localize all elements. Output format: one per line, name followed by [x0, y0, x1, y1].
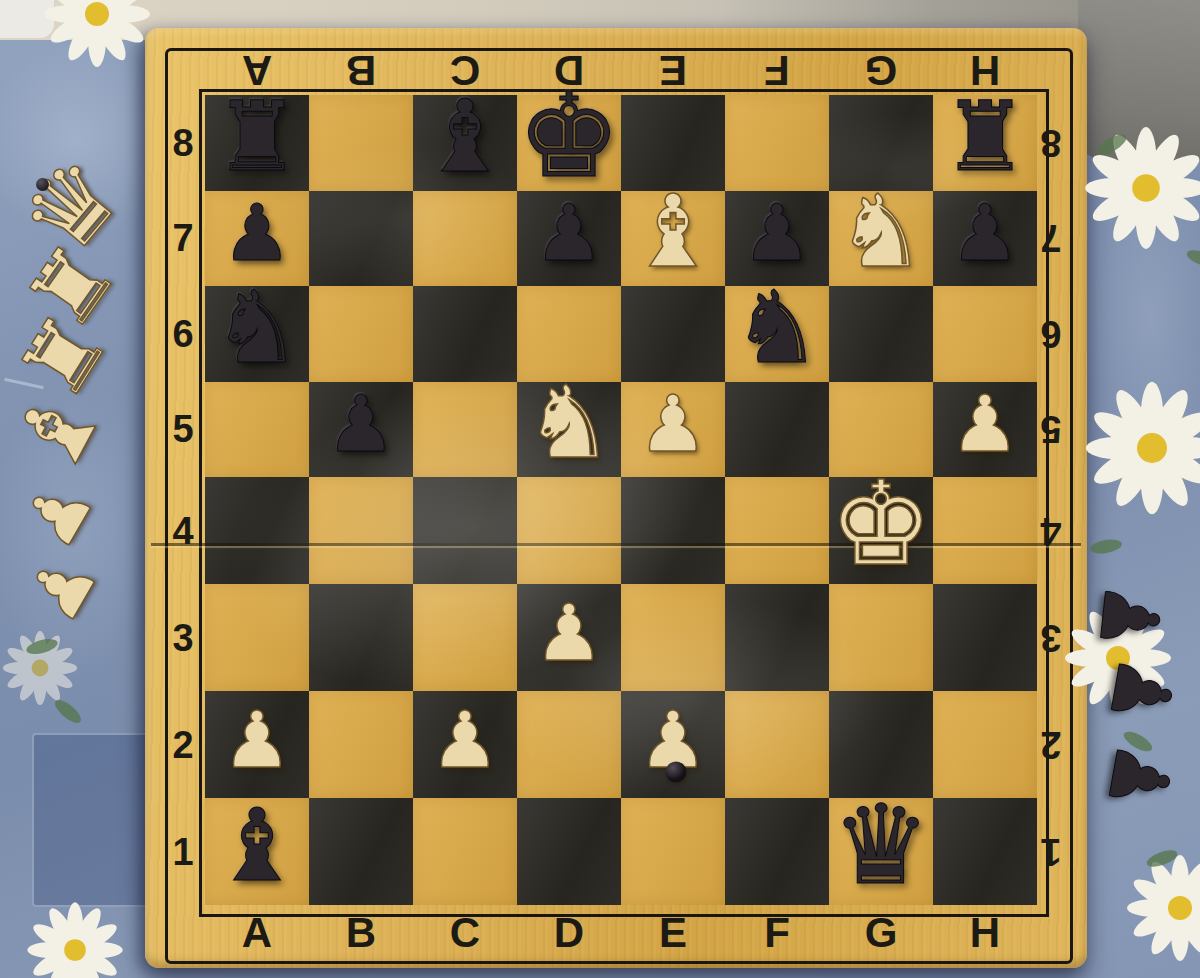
board-fold-seam: [151, 543, 1081, 546]
captured-black-pawn-3[interactable]: ♟: [1096, 736, 1185, 818]
piece-white-bishop-e7[interactable]: ♝: [628, 182, 718, 282]
daisy-leaf: [1089, 537, 1123, 555]
rank-label-left-5: 5: [172, 410, 193, 448]
file-label-bottom-b: B: [346, 912, 376, 954]
white-fabric-fold: [0, 0, 54, 38]
piece-black-pawn-b5[interactable]: ♟: [326, 386, 396, 464]
piece-white-pawn-d3[interactable]: ♟: [534, 594, 604, 672]
captured-black-pawn-1[interactable]: ♟: [1088, 578, 1173, 656]
piece-white-pawn-c2[interactable]: ♟: [430, 701, 500, 779]
piece-white-pawn-h5[interactable]: ♟: [950, 386, 1020, 464]
piece-black-knight-f6[interactable]: ♞: [732, 278, 822, 378]
rank-label-right-3: 3: [1040, 619, 1061, 657]
piece-black-knight-a6[interactable]: ♞: [212, 278, 302, 378]
daisy-flower: [21, 896, 129, 978]
rank-label-left-8: 8: [172, 124, 193, 162]
piece-white-pawn-e5[interactable]: ♟: [638, 386, 708, 464]
file-label-bottom-g: G: [865, 912, 898, 954]
rank-label-left-7: 7: [172, 219, 193, 257]
piece-black-rook-a8[interactable]: ♜: [214, 89, 300, 185]
rank-label-left-2: 2: [172, 726, 193, 764]
tablecloth-highlight: [1080, 150, 1200, 490]
piece-black-pawn-d7[interactable]: ♟: [534, 195, 604, 273]
rank-label-right-4: 4: [1040, 512, 1061, 550]
file-label-top-b: B: [346, 49, 376, 91]
daisy-leaf: [25, 636, 59, 657]
scene: AABBCCDDEEFFGGHH8877665544332211 ♜♝♚♜♟♟♝…: [0, 0, 1200, 978]
piece-black-bishop-a1[interactable]: ♝: [212, 796, 302, 896]
file-label-bottom-c: C: [450, 912, 480, 954]
rank-label-left-1: 1: [172, 833, 193, 871]
file-label-bottom-f: F: [764, 912, 790, 954]
file-label-bottom-a: A: [242, 912, 272, 954]
piece-black-pawn-f7[interactable]: ♟: [742, 195, 812, 273]
file-label-top-g: G: [865, 49, 898, 91]
piece-white-king-g4[interactable]: ♚: [829, 466, 933, 582]
piece-black-rook-h8[interactable]: ♜: [942, 89, 1028, 185]
daisy-flower: [1120, 848, 1200, 968]
rank-label-right-5: 5: [1040, 410, 1061, 448]
daisy-flower: [1077, 373, 1200, 523]
rank-label-right-8: 8: [1040, 124, 1061, 162]
piece-black-queen-g1[interactable]: ♛: [832, 790, 931, 900]
piece-black-king-d8[interactable]: ♚: [517, 78, 621, 194]
rank-label-left-4: 4: [172, 512, 193, 550]
grey-fabric-corner: [1078, 0, 1200, 160]
daisy-flower: [0, 626, 82, 710]
white-queen-dark-finial: [36, 178, 49, 191]
rank-label-right-1: 1: [1040, 833, 1061, 871]
tablecloth-pattern-square: [32, 733, 154, 907]
file-label-bottom-h: H: [970, 912, 1000, 954]
rank-label-left-3: 3: [172, 619, 193, 657]
captured-white-pawn-6[interactable]: ♟: [15, 542, 110, 634]
file-label-bottom-e: E: [659, 912, 687, 954]
piece-white-knight-d5[interactable]: ♞: [524, 373, 614, 473]
file-label-top-e: E: [659, 49, 687, 91]
piece-black-pawn-a7[interactable]: ♟: [222, 195, 292, 273]
daisy-leaf: [1185, 247, 1200, 270]
captured-white-pawn-5[interactable]: ♟: [11, 468, 106, 560]
piece-black-pawn-h7[interactable]: ♟: [950, 195, 1020, 273]
captured-black-pawn-2[interactable]: ♟: [1098, 650, 1187, 732]
rank-label-right-6: 6: [1040, 315, 1061, 353]
rank-label-right-2: 2: [1040, 726, 1061, 764]
piece-white-knight-g7[interactable]: ♞: [836, 182, 926, 282]
piece-black-bishop-c8[interactable]: ♝: [420, 87, 510, 187]
daisy-leaf: [52, 696, 85, 727]
piece-white-pawn-a2[interactable]: ♟: [222, 701, 292, 779]
loose-black-bead: [666, 762, 687, 783]
file-label-bottom-d: D: [554, 912, 584, 954]
rank-label-right-7: 7: [1040, 219, 1061, 257]
rank-label-left-6: 6: [172, 315, 193, 353]
file-label-top-f: F: [764, 49, 790, 91]
daisy-leaf: [1145, 847, 1180, 870]
